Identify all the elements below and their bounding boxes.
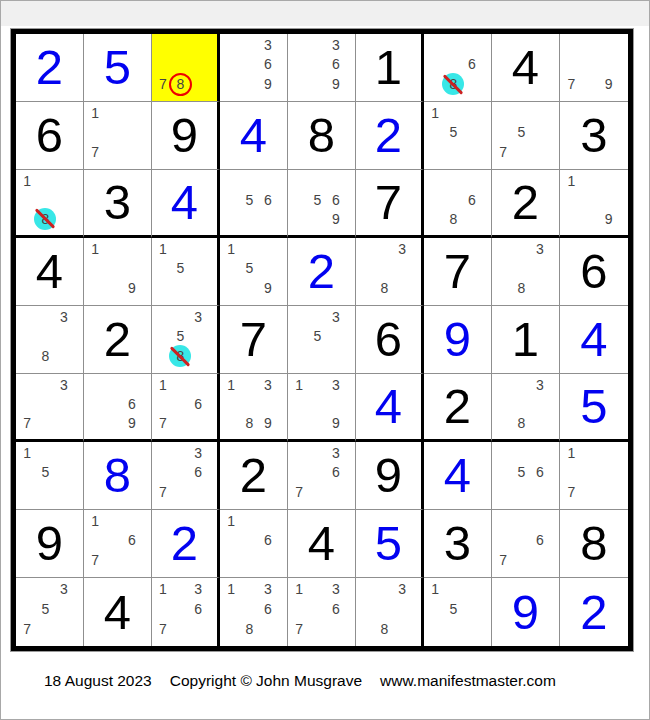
cell-r3c5[interactable]: 569 [288,170,356,238]
cell-r6c6[interactable]: 4 [356,374,424,442]
candidate-5: 5 [512,123,530,143]
cell-r6c3[interactable]: 167 [152,374,220,442]
candidate-3: 3 [531,375,549,394]
candidate-9: 9 [327,74,345,94]
cell-r4c5[interactable]: 2 [288,238,356,306]
given-digit: 9 [356,442,421,509]
candidate-3: 3 [55,579,73,599]
cell-r4c9[interactable]: 6 [560,238,628,306]
candidate-5: 5 [172,259,190,279]
footer-date: 18 August 2023 [44,672,152,690]
cell-r3c9[interactable]: 19 [560,170,628,238]
candidate-1: 1 [222,579,240,599]
given-digit: 3 [424,510,491,577]
cell-r5c1[interactable]: 38 [16,306,84,374]
cell-r7c4[interactable]: 2 [220,442,288,510]
page: 2578369369168479617948215573183456569768… [0,0,650,720]
given-digit: 3 [84,170,151,235]
candidates: 19 [562,171,618,228]
candidate-5: 5 [240,190,258,209]
candidate-6: 6 [189,599,207,619]
given-digit: 9 [152,102,217,169]
solved-digit: 4 [424,442,491,509]
cell-r4c4[interactable]: 159 [220,238,288,306]
candidate-1: 1 [18,443,36,463]
footer-website: www.manifestmaster.com [380,672,556,690]
solved-digit: 4 [560,306,628,373]
given-digit: 1 [492,306,559,373]
cell-r3c6[interactable]: 7 [356,170,424,238]
cell-r1c5[interactable]: 369 [288,34,356,102]
candidates: 15 [426,579,481,639]
given-digit: 2 [84,306,151,373]
cell-r3c7[interactable]: 68 [424,170,492,238]
candidate-5: 5 [240,259,258,279]
candidate-7: 7 [86,550,104,570]
window-chrome-strip [1,1,649,26]
candidate-1: 1 [86,103,104,123]
candidate-5: 5 [172,327,190,347]
cell-r1c8[interactable]: 4 [492,34,560,102]
cell-r7c8[interactable]: 56 [492,442,560,510]
candidate-7: 7 [18,413,36,432]
solved-digit: 2 [560,578,628,646]
cell-r5c6[interactable]: 6 [356,306,424,374]
cell-r8c3[interactable]: 2 [152,510,220,578]
candidate-3: 3 [55,375,73,394]
candidates: 69 [86,375,141,432]
candidate-7: 7 [494,142,512,162]
candidate-8-eliminated: 8 [172,346,190,366]
candidate-5: 5 [512,463,530,483]
candidates: 369 [290,35,345,94]
candidate-3: 3 [531,239,549,259]
given-digit: 4 [492,34,559,101]
candidates: 1367 [290,579,345,639]
cell-r1c7[interactable]: 68 [424,34,492,102]
candidate-8: 8 [36,346,54,366]
candidate-1: 1 [86,239,104,259]
candidate-7: 7 [154,619,172,639]
cell-r7c7[interactable]: 4 [424,442,492,510]
cell-r9c2[interactable]: 4 [84,578,152,646]
candidates: 357 [18,579,73,639]
cell-r2c1[interactable]: 6 [16,102,84,170]
given-digit: 8 [560,510,628,577]
candidates: 1367 [154,579,207,639]
candidates: 1368 [222,579,277,639]
candidate-7: 7 [562,74,581,94]
candidate-6: 6 [259,190,277,209]
candidate-3: 3 [327,375,345,394]
cell-r5c3[interactable]: 358 [152,306,220,374]
cell-r2c3[interactable]: 9 [152,102,220,170]
cell-r7c3[interactable]: 367 [152,442,220,510]
candidate-7: 7 [86,142,104,162]
candidates: 15 [154,239,207,298]
candidate-1: 1 [154,239,172,259]
candidate-1: 1 [426,103,444,123]
candidate-7: 7 [562,482,581,502]
cell-r9c7[interactable]: 15 [424,578,492,646]
cell-r6c7[interactable]: 2 [424,374,492,442]
candidates: 38 [18,307,73,366]
given-digit: 4 [84,578,151,646]
candidates: 19 [86,239,141,298]
cell-r5c8[interactable]: 1 [492,306,560,374]
cell-r3c2[interactable]: 3 [84,170,152,238]
given-digit: 2 [220,442,287,509]
candidates: 57 [494,103,549,162]
solved-digit: 2 [152,510,217,577]
candidate-8: 8 [376,278,394,298]
candidates: 38 [494,375,549,432]
cell-r7c5[interactable]: 367 [288,442,356,510]
cell-r1c6[interactable]: 1 [356,34,424,102]
candidates: 369 [222,35,277,94]
given-digit: 6 [560,238,628,305]
candidate-7: 7 [290,482,308,502]
candidate-3: 3 [327,443,345,463]
candidate-9: 9 [259,278,277,298]
given-digit: 2 [424,374,491,439]
candidates: 78 [154,35,207,94]
candidates: 17 [562,443,618,502]
cell-r3c1[interactable]: 18 [16,170,84,238]
cell-r5c9[interactable]: 4 [560,306,628,374]
candidate-9: 9 [599,74,618,94]
cell-r3c3[interactable]: 4 [152,170,220,238]
solved-digit: 5 [560,374,628,439]
candidates: 67 [494,511,549,570]
candidate-3: 3 [189,307,207,327]
candidate-6: 6 [189,394,207,413]
candidates: 68 [426,35,481,94]
cell-r7c1[interactable]: 15 [16,442,84,510]
candidates: 18 [18,171,73,228]
candidates: 159 [222,239,277,298]
candidate-6: 6 [123,531,141,551]
candidate-6: 6 [531,463,549,483]
candidate-1: 1 [222,239,240,259]
cell-r7c2[interactable]: 8 [84,442,152,510]
given-digit: 1 [356,34,421,101]
given-digit: 4 [288,510,355,577]
candidate-5: 5 [36,599,54,619]
candidate-6: 6 [463,55,481,75]
candidate-1: 1 [426,579,444,599]
candidates: 16 [222,511,277,570]
cell-r6c1[interactable]: 37 [16,374,84,442]
candidate-6: 6 [327,599,345,619]
candidate-3: 3 [327,35,345,55]
candidate-9: 9 [123,413,141,432]
candidate-1: 1 [222,511,240,531]
candidate-1: 1 [290,579,308,599]
cell-r4c8[interactable]: 38 [492,238,560,306]
candidate-6: 6 [259,55,277,75]
candidate-5: 5 [444,123,462,143]
given-digit: 6 [16,102,83,169]
candidates: 1389 [222,375,277,432]
candidate-3: 3 [189,579,207,599]
candidate-3: 3 [327,307,345,327]
cell-r6c8[interactable]: 38 [492,374,560,442]
cell-r6c5[interactable]: 139 [288,374,356,442]
cell-r9c4[interactable]: 1368 [220,578,288,646]
cell-r1c4[interactable]: 369 [220,34,288,102]
solved-digit: 2 [356,102,421,169]
candidates: 17 [86,103,141,162]
candidate-1: 1 [86,511,104,531]
candidate-9: 9 [327,413,345,432]
candidate-9: 9 [327,209,345,228]
cell-r3c8[interactable]: 2 [492,170,560,238]
cell-r1c2[interactable]: 5 [84,34,152,102]
candidate-8: 8 [240,619,258,639]
candidate-6: 6 [327,463,345,483]
candidates: 38 [494,239,549,298]
cell-r4c7[interactable]: 7 [424,238,492,306]
given-digit: 7 [356,170,421,235]
cell-r5c2[interactable]: 2 [84,306,152,374]
candidate-1: 1 [562,443,581,463]
given-digit: 4 [16,238,83,305]
candidate-1: 1 [290,375,308,394]
candidate-7: 7 [290,619,308,639]
candidates: 56 [494,443,549,502]
solved-digit: 8 [84,442,151,509]
candidate-6: 6 [123,394,141,413]
candidate-6: 6 [327,55,345,75]
candidate-8: 8 [512,278,530,298]
cell-r3c4[interactable]: 56 [220,170,288,238]
candidate-8-eliminated: 8 [36,209,54,228]
given-digit: 2 [492,170,559,235]
candidate-3: 3 [259,35,277,55]
candidates: 139 [290,375,345,432]
candidates: 358 [154,307,207,366]
given-digit: 6 [356,306,421,373]
candidate-6: 6 [189,463,207,483]
cell-r2c8[interactable]: 57 [492,102,560,170]
cell-r8c9[interactable]: 8 [560,510,628,578]
given-digit: 7 [424,238,491,305]
cell-r4c3[interactable]: 15 [152,238,220,306]
solved-digit: 5 [356,510,421,577]
candidate-5: 5 [308,327,326,347]
candidate-1: 1 [18,171,36,190]
candidate-3: 3 [259,375,277,394]
candidate-6: 6 [259,599,277,619]
cell-r9c8[interactable]: 9 [492,578,560,646]
cell-r1c1[interactable]: 2 [16,34,84,102]
cell-r5c5[interactable]: 35 [288,306,356,374]
candidate-7: 7 [494,550,512,570]
solved-digit: 2 [16,34,83,101]
candidates: 56 [222,171,277,228]
candidates: 167 [86,511,141,570]
candidate-1: 1 [562,171,581,190]
candidates: 68 [426,171,481,228]
given-digit: 9 [16,510,83,577]
cell-r4c1[interactable]: 4 [16,238,84,306]
candidate-3: 3 [189,443,207,463]
cell-r2c9[interactable]: 3 [560,102,628,170]
given-digit: 7 [220,306,287,373]
candidates: 38 [358,239,411,298]
cell-r8c4[interactable]: 16 [220,510,288,578]
candidates: 569 [290,171,345,228]
candidates: 15 [18,443,73,502]
solved-digit: 9 [424,306,491,373]
candidate-9: 9 [123,278,141,298]
cell-r4c6[interactable]: 38 [356,238,424,306]
solved-digit: 2 [288,238,355,305]
candidate-8: 8 [240,413,258,432]
cell-r5c7[interactable]: 9 [424,306,492,374]
solved-digit: 9 [492,578,559,646]
cell-r8c5[interactable]: 4 [288,510,356,578]
candidate-6: 6 [531,531,549,551]
candidate-5: 5 [444,599,462,619]
solved-digit: 4 [220,102,287,169]
footer: 18 August 2023 Copyright © John Musgrave… [44,672,556,690]
sudoku-board: 2578369369168479617948215573183456569768… [11,29,633,651]
candidates: 367 [290,443,345,502]
cell-r6c9[interactable]: 5 [560,374,628,442]
cell-r6c2[interactable]: 69 [84,374,152,442]
cell-r4c2[interactable]: 19 [84,238,152,306]
candidates: 167 [154,375,207,432]
candidate-1: 1 [154,375,172,394]
cell-r8c7[interactable]: 3 [424,510,492,578]
cell-r5c4[interactable]: 7 [220,306,288,374]
cell-r8c8[interactable]: 67 [492,510,560,578]
cell-r8c1[interactable]: 9 [16,510,84,578]
candidate-1: 1 [154,579,172,599]
cell-r7c9[interactable]: 17 [560,442,628,510]
candidate-5: 5 [36,463,54,483]
solved-digit: 5 [84,34,151,101]
candidate-7: 7 [18,619,36,639]
solved-digit: 4 [152,170,217,235]
candidate-7: 7 [154,413,172,432]
candidate-3: 3 [55,307,73,327]
cell-r9c1[interactable]: 357 [16,578,84,646]
candidate-8-circled: 8 [172,74,190,94]
candidate-8: 8 [444,209,462,228]
cell-r9c9[interactable]: 2 [560,578,628,646]
cell-r2c7[interactable]: 15 [424,102,492,170]
candidate-7: 7 [154,482,172,502]
cell-r2c6[interactable]: 2 [356,102,424,170]
candidate-1: 1 [222,375,240,394]
cell-r2c4[interactable]: 4 [220,102,288,170]
candidate-9: 9 [259,413,277,432]
cell-r7c6[interactable]: 9 [356,442,424,510]
candidates: 35 [290,307,345,366]
given-digit: 3 [560,102,628,169]
candidates: 79 [562,35,618,94]
candidate-8: 8 [376,619,394,639]
cell-r2c2[interactable]: 17 [84,102,152,170]
candidate-9: 9 [259,74,277,94]
candidate-3: 3 [393,239,411,259]
candidate-6: 6 [463,190,481,209]
cell-r6c4[interactable]: 1389 [220,374,288,442]
solved-digit: 4 [356,374,421,439]
candidate-3: 3 [327,579,345,599]
cell-r1c3[interactable]: 78 [152,34,220,102]
cell-r9c3[interactable]: 1367 [152,578,220,646]
candidates: 367 [154,443,207,502]
cell-r1c9[interactable]: 79 [560,34,628,102]
candidate-6: 6 [259,531,277,551]
candidates: 38 [358,579,411,639]
candidates: 37 [18,375,73,432]
cell-r9c6[interactable]: 38 [356,578,424,646]
candidate-5: 5 [308,190,326,209]
candidate-3: 3 [393,579,411,599]
candidate-6: 6 [327,190,345,209]
given-digit: 8 [288,102,355,169]
candidate-3: 3 [259,579,277,599]
cell-r8c2[interactable]: 167 [84,510,152,578]
candidate-9: 9 [599,209,618,228]
candidate-8-eliminated: 8 [444,74,462,94]
cell-r2c5[interactable]: 8 [288,102,356,170]
candidates: 15 [426,103,481,162]
cell-r9c5[interactable]: 1367 [288,578,356,646]
footer-copyright: Copyright © John Musgrave [170,672,362,690]
cell-r8c6[interactable]: 5 [356,510,424,578]
candidate-8: 8 [512,413,530,432]
